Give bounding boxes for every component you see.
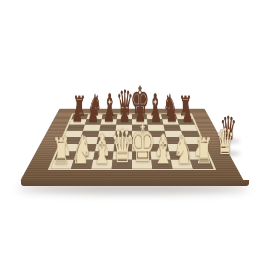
square-f1[interactable]: ♝ bbox=[151, 160, 172, 169]
black-pawn-b7[interactable]: ♟ bbox=[87, 103, 99, 125]
square-e1[interactable]: ♚ bbox=[132, 160, 152, 169]
spare-white-queen[interactable]: ♛ bbox=[207, 124, 243, 160]
white-bishop-c1[interactable]: ♝ bbox=[91, 129, 112, 170]
white-knight-g1[interactable]: ♞ bbox=[173, 130, 194, 170]
white-king-e1[interactable]: ♚ bbox=[129, 119, 155, 169]
chessboard-product-photo: ♜♞♝♛♚♝♞♜♟♟♟♟♟♟♟♟♟♟♟♟♟♟♟♟♜♞♝♛♚♝♞♜ ♛ ♛ bbox=[0, 0, 259, 259]
black-pawn-h7[interactable]: ♟ bbox=[181, 103, 193, 125]
black-pawn-a7[interactable]: ♟ bbox=[71, 103, 83, 125]
square-c1[interactable]: ♝ bbox=[91, 160, 112, 169]
white-rook-a1[interactable]: ♜ bbox=[51, 133, 70, 169]
board-squares: ♜♞♝♛♚♝♞♜♟♟♟♟♟♟♟♟♟♟♟♟♟♟♟♟♜♞♝♛♚♝♞♜ bbox=[48, 114, 216, 170]
white-queen-piece[interactable]: ♛ bbox=[215, 124, 234, 160]
white-knight-b1[interactable]: ♞ bbox=[71, 130, 92, 170]
white-bishop-f1[interactable]: ♝ bbox=[152, 129, 173, 170]
board-shadow bbox=[18, 184, 248, 193]
square-b1[interactable]: ♞ bbox=[71, 160, 93, 169]
black-pawn-g7[interactable]: ♟ bbox=[166, 103, 178, 125]
square-h1[interactable]: ♜ bbox=[190, 160, 213, 169]
square-g1[interactable]: ♞ bbox=[171, 160, 193, 169]
